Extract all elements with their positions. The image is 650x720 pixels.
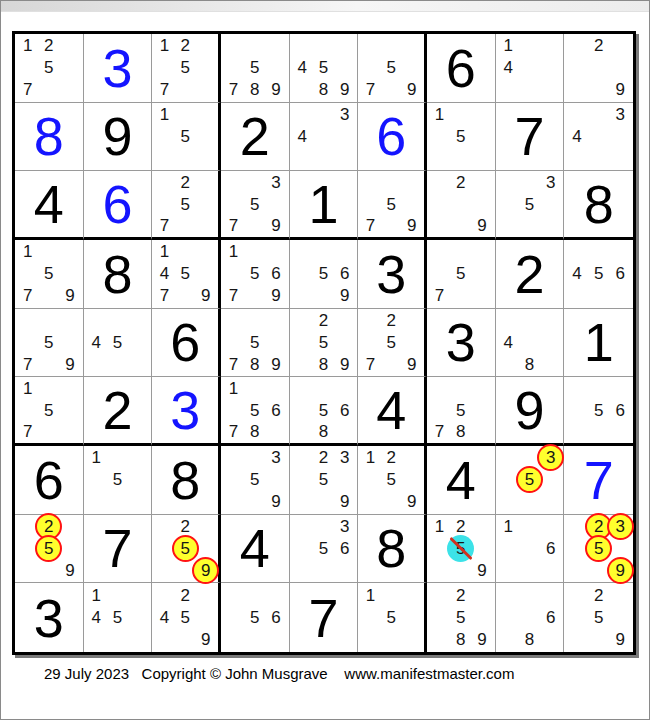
- empty-mark-slot: [107, 629, 128, 651]
- empty-mark-slot: [566, 584, 588, 606]
- empty-mark-slot: [128, 584, 149, 606]
- empty-mark-slot: [334, 57, 355, 79]
- empty-mark-slot: [519, 559, 540, 581]
- empty-mark-slot: [244, 35, 265, 57]
- empty-mark-slot: [154, 57, 175, 79]
- cell-r3c2[interactable]: 6: [84, 171, 153, 240]
- empty-mark-slot: [498, 310, 519, 332]
- empty-mark-slot: [609, 241, 631, 263]
- empty-mark-slot: [471, 378, 492, 399]
- cell-r4c5[interactable]: 569: [290, 240, 359, 309]
- candidate-mark-5: 5: [244, 263, 265, 285]
- candidate-mark-9: 9: [195, 629, 216, 651]
- empty-mark-slot: [519, 215, 540, 236]
- empty-mark-slot: [175, 147, 196, 169]
- candidate-grid: 145: [84, 583, 152, 652]
- cell-r5c3[interactable]: 6: [152, 309, 221, 378]
- cell-r9c4[interactable]: 56: [221, 583, 290, 652]
- cell-r1c4[interactable]: 5789: [221, 34, 290, 103]
- cell-r6c9[interactable]: 56: [564, 377, 633, 446]
- empty-mark-slot: [519, 57, 540, 79]
- empty-mark-slot: [381, 629, 402, 651]
- candidate-mark-9: 9: [59, 559, 80, 581]
- empty-mark-slot: [498, 538, 519, 560]
- candidate-grid: 5789: [221, 309, 289, 377]
- empty-mark-slot: [429, 147, 450, 169]
- cell-r1c3[interactable]: 1257: [152, 34, 221, 103]
- candidate-mark-5: 5: [313, 400, 334, 421]
- candidate-mark-1: 1: [360, 447, 381, 469]
- cell-r7c1[interactable]: 6: [15, 446, 84, 515]
- candidate-mark-2: 2: [313, 310, 334, 332]
- cell-r3c4[interactable]: 3579: [221, 171, 290, 240]
- candidate-grid: 579: [358, 34, 424, 102]
- candidate-mark-5: 5: [588, 263, 610, 285]
- empty-mark-slot: [381, 491, 402, 513]
- cell-r1c7[interactable]: 6: [427, 34, 496, 103]
- cell-r8c1[interactable]: 259: [15, 515, 84, 584]
- given-digit: 6: [34, 453, 64, 507]
- candidate-grid: 2589: [427, 583, 495, 652]
- given-digit: 2: [240, 109, 270, 163]
- given-digit: 3: [376, 247, 406, 301]
- cell-r9c2[interactable]: 145: [84, 583, 153, 652]
- candidate-mark-9: 9: [471, 559, 492, 581]
- candidate-mark-9: 9: [401, 215, 422, 236]
- empty-mark-slot: [401, 469, 422, 491]
- candidate-mark-3: 3: [334, 447, 355, 469]
- empty-mark-slot: [360, 194, 381, 215]
- empty-mark-slot: [313, 516, 334, 538]
- empty-mark-slot: [429, 263, 450, 285]
- candidate-mark-9: 9: [195, 285, 216, 307]
- cell-r4c3[interactable]: 14579: [152, 240, 221, 309]
- candidate-mark-5: 5: [38, 332, 59, 354]
- cell-r2c3[interactable]: 15: [152, 103, 221, 172]
- candidate-mark-9: 9: [59, 353, 80, 375]
- cell-r6c5[interactable]: 568: [290, 377, 359, 446]
- cell-r5c8[interactable]: 48: [496, 309, 565, 378]
- candidate-grid: 14: [496, 34, 564, 102]
- cell-r2c9[interactable]: 34: [564, 103, 633, 172]
- cell-r6c3[interactable]: 3: [152, 377, 221, 446]
- candidate-grid: 259: [15, 515, 83, 583]
- empty-mark-slot: [360, 172, 381, 193]
- empty-mark-slot: [128, 353, 149, 375]
- empty-mark-slot: [195, 516, 216, 538]
- empty-mark-slot: [471, 516, 492, 538]
- candidate-mark-5: 5: [244, 332, 265, 354]
- given-digit: 8: [584, 177, 614, 231]
- candidate-mark-9: 9: [265, 215, 286, 236]
- candidate-grid: 1257: [152, 34, 218, 102]
- cell-r4c6[interactable]: 3: [358, 240, 427, 309]
- cell-r8c7[interactable]: 1259: [427, 515, 496, 584]
- empty-mark-slot: [128, 447, 149, 469]
- candidate-mark-5: 5: [313, 538, 334, 560]
- cell-r3c9[interactable]: 8: [564, 171, 633, 240]
- empty-mark-slot: [401, 607, 422, 629]
- cell-r3c8[interactable]: 35: [496, 171, 565, 240]
- empty-mark-slot: [471, 584, 492, 606]
- empty-mark-slot: [429, 126, 450, 148]
- candidate-mark-7: 7: [17, 421, 38, 442]
- empty-mark-slot: [292, 35, 313, 57]
- empty-mark-slot: [223, 469, 244, 491]
- empty-mark-slot: [609, 421, 631, 442]
- empty-mark-slot: [540, 310, 561, 332]
- cell-r4c4[interactable]: 15679: [221, 240, 290, 309]
- candidate-mark-5: 5: [38, 263, 59, 285]
- candidate-mark-5: 5: [38, 400, 59, 421]
- empty-mark-slot: [292, 378, 313, 399]
- empty-mark-slot: [292, 104, 313, 126]
- cell-r7c7[interactable]: 4: [427, 446, 496, 515]
- candidate-mark-9: 9: [265, 491, 286, 513]
- empty-mark-slot: [588, 104, 610, 126]
- candidate-mark-7: 7: [223, 421, 244, 442]
- cell-r4c9[interactable]: 456: [564, 240, 633, 309]
- empty-mark-slot: [519, 172, 540, 193]
- candidate-grid: 259: [564, 583, 633, 652]
- empty-mark-slot: [498, 559, 519, 581]
- window-top-band: [1, 1, 649, 12]
- empty-mark-slot: [292, 310, 313, 332]
- cell-r6c2[interactable]: 2: [84, 377, 153, 446]
- empty-mark-slot: [401, 584, 422, 606]
- empty-mark-slot: [195, 263, 216, 285]
- empty-mark-slot: [292, 332, 313, 354]
- candidate-mark-5: 5: [381, 469, 402, 491]
- cell-r2c5[interactable]: 34: [290, 103, 359, 172]
- given-digit: 2: [102, 383, 132, 437]
- empty-mark-slot: [223, 584, 244, 606]
- empty-mark-slot: [588, 79, 610, 101]
- candidate-mark-4: 4: [292, 57, 313, 79]
- solver-digit: 7: [584, 453, 614, 507]
- empty-mark-slot: [540, 194, 561, 215]
- empty-mark-slot: [540, 559, 561, 581]
- cell-r6c6[interactable]: 4: [358, 377, 427, 446]
- candidate-mark-7: 7: [17, 353, 38, 375]
- empty-mark-slot: [566, 35, 588, 57]
- empty-mark-slot: [540, 35, 561, 57]
- candidate-mark-4: 4: [566, 126, 588, 148]
- empty-mark-slot: [429, 215, 450, 236]
- candidate-mark-1: 1: [17, 35, 38, 57]
- empty-mark-slot: [265, 310, 286, 332]
- cell-r8c8[interactable]: 16: [496, 515, 565, 584]
- given-digit: 9: [514, 383, 544, 437]
- cell-r3c7[interactable]: 29: [427, 171, 496, 240]
- candidate-mark-8: 8: [244, 421, 265, 442]
- empty-mark-slot: [265, 194, 286, 215]
- cell-r1c1[interactable]: 1257: [15, 34, 84, 103]
- empty-mark-slot: [401, 35, 422, 57]
- candidate-grid: 34: [564, 103, 633, 171]
- cell-r1c2[interactable]: 3: [84, 34, 153, 103]
- candidate-mark-1: 1: [360, 584, 381, 606]
- candidate-mark-1: 1: [17, 378, 38, 399]
- empty-mark-slot: [588, 378, 610, 399]
- cell-r7c5[interactable]: 2359: [290, 446, 359, 515]
- empty-mark-slot: [401, 310, 422, 332]
- empty-mark-slot: [360, 332, 381, 354]
- cell-r3c3[interactable]: 257: [152, 171, 221, 240]
- candidate-mark-7: 7: [360, 79, 381, 101]
- candidate-mark-2: 2: [381, 447, 402, 469]
- cell-r6c1[interactable]: 157: [15, 377, 84, 446]
- candidate-grid: 259: [152, 515, 218, 583]
- empty-mark-slot: [38, 378, 59, 399]
- empty-mark-slot: [450, 104, 471, 126]
- candidate-mark-6: 6: [609, 263, 631, 285]
- cell-r8c5[interactable]: 356: [290, 515, 359, 584]
- candidate-mark-1: 1: [223, 241, 244, 263]
- empty-mark-slot: [17, 263, 38, 285]
- cell-r8c9[interactable]: 2359: [564, 515, 633, 584]
- empty-mark-slot: [59, 57, 80, 79]
- given-digit: 4: [34, 177, 64, 231]
- candidate-mark-5: 5: [313, 263, 334, 285]
- cell-r8c6[interactable]: 8: [358, 515, 427, 584]
- empty-mark-slot: [265, 421, 286, 442]
- cell-r6c8[interactable]: 9: [496, 377, 565, 446]
- empty-mark-slot: [566, 104, 588, 126]
- cell-r8c2[interactable]: 7: [84, 515, 153, 584]
- candidate-mark-3: 3: [265, 172, 286, 193]
- candidate-mark-1: 1: [429, 104, 450, 126]
- empty-mark-slot: [195, 79, 216, 101]
- candidate-mark-2: 2: [175, 516, 196, 538]
- empty-mark-slot: [471, 126, 492, 148]
- empty-mark-slot: [223, 310, 244, 332]
- candidate-mark-2: 2: [38, 35, 59, 57]
- empty-mark-slot: [498, 629, 519, 651]
- cell-r2c7[interactable]: 15: [427, 103, 496, 172]
- candidate-mark-2: 2: [175, 172, 196, 193]
- cell-r8c4[interactable]: 4: [221, 515, 290, 584]
- cell-r2c1[interactable]: 8: [15, 103, 84, 172]
- cell-r9c9[interactable]: 259: [564, 583, 633, 652]
- cell-r2c6[interactable]: 6: [358, 103, 427, 172]
- empty-mark-slot: [38, 241, 59, 263]
- empty-mark-slot: [195, 57, 216, 79]
- cell-r6c7[interactable]: 578: [427, 377, 496, 446]
- empty-mark-slot: [265, 378, 286, 399]
- empty-mark-slot: [401, 172, 422, 193]
- cell-r4c8[interactable]: 2: [496, 240, 565, 309]
- given-digit: 4: [446, 453, 476, 507]
- empty-mark-slot: [38, 310, 59, 332]
- empty-mark-slot: [450, 559, 471, 581]
- candidate-mark-6: 6: [265, 607, 286, 629]
- empty-mark-slot: [154, 516, 175, 538]
- solver-digit: 3: [102, 41, 132, 95]
- empty-mark-slot: [360, 310, 381, 332]
- cell-r5c1[interactable]: 579: [15, 309, 84, 378]
- candidate-mark-3: 3: [334, 516, 355, 538]
- empty-mark-slot: [498, 607, 519, 629]
- candidate-mark-5: 5: [588, 607, 610, 629]
- given-digit: 8: [376, 521, 406, 575]
- candidate-mark-1: 1: [223, 378, 244, 399]
- candidate-mark-7: 7: [154, 215, 175, 236]
- empty-mark-slot: [17, 400, 38, 421]
- empty-mark-slot: [334, 421, 355, 442]
- empty-mark-slot: [223, 607, 244, 629]
- empty-mark-slot: [175, 79, 196, 101]
- candidate-mark-9: 9: [334, 79, 355, 101]
- empty-mark-slot: [381, 353, 402, 375]
- candidate-mark-6: 6: [265, 263, 286, 285]
- cell-r8c3[interactable]: 259: [152, 515, 221, 584]
- empty-mark-slot: [381, 35, 402, 57]
- empty-mark-slot: [429, 400, 450, 421]
- cell-r1c9[interactable]: 29: [564, 34, 633, 103]
- empty-mark-slot: [292, 469, 313, 491]
- empty-mark-slot: [450, 147, 471, 169]
- empty-mark-slot: [313, 126, 334, 148]
- cell-r4c1[interactable]: 1579: [15, 240, 84, 309]
- cell-r3c1[interactable]: 4: [15, 171, 84, 240]
- empty-mark-slot: [498, 215, 519, 236]
- cell-r7c9[interactable]: 7: [564, 446, 633, 515]
- cell-r3c5[interactable]: 1: [290, 171, 359, 240]
- candidate-grid: 157: [15, 377, 83, 443]
- cell-r7c3[interactable]: 8: [152, 446, 221, 515]
- empty-mark-slot: [471, 263, 492, 285]
- cell-r7c8[interactable]: 35: [496, 446, 565, 515]
- cell-r3c6[interactable]: 579: [358, 171, 427, 240]
- cell-r5c6[interactable]: 2579: [358, 309, 427, 378]
- cell-r5c2[interactable]: 45: [84, 309, 153, 378]
- cell-r7c6[interactable]: 1259: [358, 446, 427, 515]
- empty-mark-slot: [498, 79, 519, 101]
- candidate-mark-5: 5: [244, 469, 265, 491]
- empty-mark-slot: [609, 35, 631, 57]
- empty-mark-slot: [313, 35, 334, 57]
- candidate-mark-5: 5: [588, 400, 610, 421]
- empty-mark-slot: [540, 516, 561, 538]
- candidate-mark-1: 1: [154, 104, 175, 126]
- candidate-mark-5: 5: [244, 607, 265, 629]
- cell-r2c8[interactable]: 7: [496, 103, 565, 172]
- cell-r2c2[interactable]: 9: [84, 103, 153, 172]
- candidate-mark-7: 7: [223, 215, 244, 236]
- candidate-mark-4: 4: [498, 332, 519, 354]
- cell-r9c6[interactable]: 15: [358, 583, 427, 652]
- candidate-mark-5: 5: [450, 263, 471, 285]
- cell-r1c5[interactable]: 4589: [290, 34, 359, 103]
- empty-mark-slot: [59, 332, 80, 354]
- candidate-grid: 48: [496, 309, 564, 377]
- empty-mark-slot: [59, 421, 80, 442]
- empty-mark-slot: [195, 194, 216, 215]
- cell-r4c2[interactable]: 8: [84, 240, 153, 309]
- cell-r5c9[interactable]: 1: [564, 309, 633, 378]
- empty-mark-slot: [588, 285, 610, 307]
- cell-r9c3[interactable]: 2459: [152, 583, 221, 652]
- empty-mark-slot: [175, 241, 196, 263]
- candidate-grid: 35: [496, 171, 564, 237]
- candidate-mark-2: 2: [450, 516, 471, 538]
- cell-r2c4[interactable]: 2: [221, 103, 290, 172]
- candidate-mark-2: 2: [588, 584, 610, 606]
- footer-text: 29 July 2023 Copyright © John Musgrave w…: [44, 665, 514, 682]
- candidate-grid: 2359: [290, 446, 358, 514]
- candidate-grid: 15: [152, 103, 218, 171]
- empty-mark-slot: [334, 310, 355, 332]
- candidate-mark-5: 5: [175, 538, 196, 560]
- candidate-mark-7: 7: [360, 215, 381, 236]
- empty-mark-slot: [154, 559, 175, 581]
- candidate-mark-9: 9: [265, 353, 286, 375]
- empty-mark-slot: [223, 332, 244, 354]
- cell-r9c1[interactable]: 3: [15, 583, 84, 652]
- empty-mark-slot: [334, 332, 355, 354]
- empty-mark-slot: [334, 469, 355, 491]
- empty-mark-slot: [471, 607, 492, 629]
- empty-mark-slot: [195, 584, 216, 606]
- candidate-grid: 15679: [221, 240, 289, 308]
- cell-r1c6[interactable]: 579: [358, 34, 427, 103]
- cell-r7c2[interactable]: 15: [84, 446, 153, 515]
- cell-r4c7[interactable]: 57: [427, 240, 496, 309]
- cell-r9c7[interactable]: 2589: [427, 583, 496, 652]
- candidate-mark-9: 9: [401, 353, 422, 375]
- cell-r5c4[interactable]: 5789: [221, 309, 290, 378]
- candidate-mark-8: 8: [450, 629, 471, 651]
- cell-r7c4[interactable]: 359: [221, 446, 290, 515]
- empty-mark-slot: [292, 538, 313, 560]
- empty-mark-slot: [17, 310, 38, 332]
- empty-mark-slot: [360, 607, 381, 629]
- empty-mark-slot: [265, 241, 286, 263]
- empty-mark-slot: [313, 491, 334, 513]
- empty-mark-slot: [588, 57, 610, 79]
- candidate-grid: 1259: [358, 446, 424, 514]
- cell-r9c8[interactable]: 68: [496, 583, 565, 652]
- empty-mark-slot: [38, 559, 59, 581]
- candidate-grid: 579: [358, 171, 424, 237]
- given-digit: 1: [308, 177, 338, 231]
- empty-mark-slot: [195, 126, 216, 148]
- empty-mark-slot: [588, 241, 610, 263]
- cell-r6c4[interactable]: 15678: [221, 377, 290, 446]
- candidate-grid: 456: [564, 240, 633, 308]
- empty-mark-slot: [244, 447, 265, 469]
- empty-mark-slot: [265, 629, 286, 651]
- empty-mark-slot: [566, 378, 588, 399]
- empty-mark-slot: [609, 126, 631, 148]
- given-digit: 3: [34, 591, 64, 645]
- candidate-grid: 29: [427, 171, 495, 237]
- cell-r5c5[interactable]: 2589: [290, 309, 359, 378]
- cell-r1c8[interactable]: 14: [496, 34, 565, 103]
- candidate-grid: 2359: [564, 515, 633, 583]
- empty-mark-slot: [540, 215, 561, 236]
- empty-mark-slot: [244, 310, 265, 332]
- empty-mark-slot: [360, 491, 381, 513]
- sudoku-page: 1257312575789458957961429891523461573446…: [0, 0, 650, 720]
- cell-r5c7[interactable]: 3: [427, 309, 496, 378]
- empty-mark-slot: [566, 629, 588, 651]
- given-digit: 7: [514, 109, 544, 163]
- cell-r9c5[interactable]: 7: [290, 583, 359, 652]
- empty-mark-slot: [195, 241, 216, 263]
- empty-mark-slot: [195, 104, 216, 126]
